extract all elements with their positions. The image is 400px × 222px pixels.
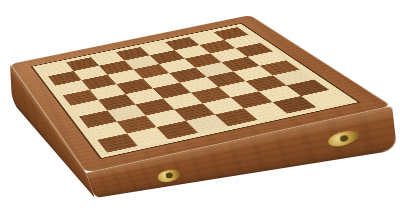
brass-clasp-left: [156, 167, 182, 184]
brass-clasp-right: [327, 127, 361, 149]
chess-board-product-photo: [0, 0, 400, 222]
